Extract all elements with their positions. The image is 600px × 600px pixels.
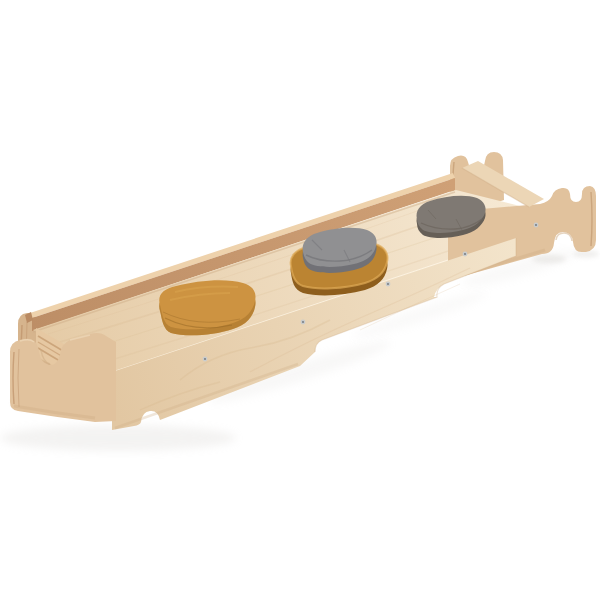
screw-4 [463,252,468,257]
screw-5 [534,223,539,228]
screw-1 [203,357,208,362]
left-crossbar-front-block [10,333,116,422]
right-crossbar-notch-shade [556,233,572,241]
screw-3 [386,282,391,287]
screw-2 [301,320,306,325]
balance-beam-illustration [0,0,600,600]
product-photo-canvas [0,0,600,600]
